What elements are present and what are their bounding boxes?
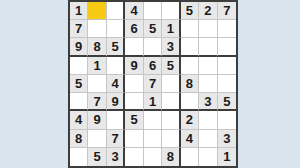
cell-r5c8[interactable] (199, 75, 217, 93)
cell-r2c7[interactable] (181, 20, 199, 38)
cell-r4c3[interactable] (107, 57, 125, 75)
cell-r9c9[interactable]: 1 (218, 148, 236, 166)
cell-r7c4[interactable]: 5 (125, 111, 143, 129)
cell-r9c2[interactable]: 5 (88, 148, 106, 166)
cell-r6c7[interactable] (181, 93, 199, 111)
cell-r3c3[interactable]: 5 (107, 38, 125, 56)
cell-r7c6[interactable] (162, 111, 180, 129)
cell-r2c4[interactable]: 6 (125, 20, 143, 38)
cell-r4c9[interactable] (218, 57, 236, 75)
cell-r4c2[interactable]: 1 (88, 57, 106, 75)
cell-r7c5[interactable] (144, 111, 162, 129)
cell-r3c4[interactable] (125, 38, 143, 56)
cell-r9c1[interactable] (70, 148, 88, 166)
cell-r8c6[interactable] (162, 130, 180, 148)
cell-r8c5[interactable] (144, 130, 162, 148)
cell-r5c2[interactable] (88, 75, 106, 93)
cell-r8c9[interactable]: 3 (218, 130, 236, 148)
sudoku-board: 14527765198531965547879135495287435381 (68, 0, 238, 168)
cell-r5c7[interactable]: 8 (181, 75, 199, 93)
cell-r4c1[interactable] (70, 57, 88, 75)
cell-r4c7[interactable] (181, 57, 199, 75)
cell-r9c5[interactable] (144, 148, 162, 166)
cell-r8c4[interactable] (125, 130, 143, 148)
cell-r7c1[interactable]: 4 (70, 111, 88, 129)
cell-r6c3[interactable]: 9 (107, 93, 125, 111)
cell-r1c6[interactable] (162, 2, 180, 20)
cell-r6c2[interactable]: 7 (88, 93, 106, 111)
page-background: 14527765198531965547879135495287435381 (0, 0, 300, 168)
cell-r2c8[interactable] (199, 20, 217, 38)
cell-r3c2[interactable]: 8 (88, 38, 106, 56)
cell-r2c6[interactable]: 1 (162, 20, 180, 38)
cell-r3c5[interactable] (144, 38, 162, 56)
cell-r5c1[interactable]: 5 (70, 75, 88, 93)
cell-r9c8[interactable] (199, 148, 217, 166)
cell-r3c9[interactable] (218, 38, 236, 56)
cell-r7c7[interactable]: 2 (181, 111, 199, 129)
cell-r6c9[interactable]: 5 (218, 93, 236, 111)
cell-r6c5[interactable]: 1 (144, 93, 162, 111)
cell-r8c7[interactable]: 4 (181, 130, 199, 148)
cell-r1c8[interactable]: 2 (199, 2, 217, 20)
cell-r3c8[interactable] (199, 38, 217, 56)
cell-r5c3[interactable]: 4 (107, 75, 125, 93)
cell-r6c6[interactable] (162, 93, 180, 111)
cell-r8c2[interactable] (88, 130, 106, 148)
cell-r8c3[interactable]: 7 (107, 130, 125, 148)
cell-r1c3[interactable] (107, 2, 125, 20)
cell-r3c6[interactable]: 3 (162, 38, 180, 56)
cell-r2c9[interactable] (218, 20, 236, 38)
cell-r9c7[interactable] (181, 148, 199, 166)
cell-r2c5[interactable]: 5 (144, 20, 162, 38)
cell-r6c1[interactable] (70, 93, 88, 111)
cell-r8c8[interactable] (199, 130, 217, 148)
cell-r1c9[interactable]: 7 (218, 2, 236, 20)
cell-r1c2[interactable] (88, 2, 106, 20)
cell-r2c3[interactable] (107, 20, 125, 38)
cell-r1c5[interactable] (144, 2, 162, 20)
cell-r4c8[interactable] (199, 57, 217, 75)
cell-r9c3[interactable]: 3 (107, 148, 125, 166)
cell-r7c8[interactable] (199, 111, 217, 129)
cell-r6c8[interactable]: 3 (199, 93, 217, 111)
cell-r7c3[interactable] (107, 111, 125, 129)
cell-r1c4[interactable]: 4 (125, 2, 143, 20)
cell-r6c4[interactable] (125, 93, 143, 111)
cell-r1c1[interactable]: 1 (70, 2, 88, 20)
cell-r2c2[interactable] (88, 20, 106, 38)
cell-r5c9[interactable] (218, 75, 236, 93)
cell-r3c1[interactable]: 9 (70, 38, 88, 56)
cell-r9c6[interactable]: 8 (162, 148, 180, 166)
cell-r4c5[interactable]: 6 (144, 57, 162, 75)
cell-r8c1[interactable]: 8 (70, 130, 88, 148)
cell-r7c9[interactable] (218, 111, 236, 129)
cell-r2c1[interactable]: 7 (70, 20, 88, 38)
cell-r5c5[interactable]: 7 (144, 75, 162, 93)
cell-r5c6[interactable] (162, 75, 180, 93)
cell-r4c6[interactable]: 5 (162, 57, 180, 75)
cell-r4c4[interactable]: 9 (125, 57, 143, 75)
cell-r9c4[interactable] (125, 148, 143, 166)
cell-r7c2[interactable]: 9 (88, 111, 106, 129)
cell-r1c7[interactable]: 5 (181, 2, 199, 20)
cell-r3c7[interactable] (181, 38, 199, 56)
cell-r5c4[interactable] (125, 75, 143, 93)
